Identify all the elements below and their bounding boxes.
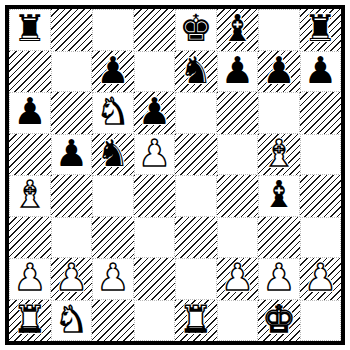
square-g4[interactable]: ♝	[258, 175, 300, 217]
square-g3[interactable]	[258, 217, 300, 259]
square-c7[interactable]: ♟	[92, 51, 134, 93]
piece-white-rook[interactable]: ♜	[179, 301, 212, 338]
square-a1[interactable]: ♜	[9, 300, 51, 342]
piece-white-bishop[interactable]: ♝	[13, 176, 46, 213]
square-f3[interactable]	[217, 217, 259, 259]
piece-black-bishop[interactable]: ♝	[262, 176, 295, 213]
square-d2[interactable]	[134, 258, 176, 300]
piece-white-knight[interactable]: ♞	[55, 301, 88, 338]
square-c3[interactable]	[92, 217, 134, 259]
square-c6[interactable]: ♞	[92, 92, 134, 134]
board-frame: ♜♚♝♜♟♞♟♟♟♟♞♟♟♞♟♝♝♝♟♟♟♟♟♟♜♞♜♚	[5, 5, 345, 345]
piece-white-knight[interactable]: ♞	[96, 93, 129, 130]
piece-black-knight[interactable]: ♞	[96, 135, 129, 172]
chessboard: ♜♚♝♜♟♞♟♟♟♟♞♟♟♞♟♝♝♝♟♟♟♟♟♟♜♞♜♚	[9, 9, 341, 341]
square-c2[interactable]: ♟	[92, 258, 134, 300]
square-a3[interactable]	[9, 217, 51, 259]
square-e4[interactable]	[175, 175, 217, 217]
square-f4[interactable]	[217, 175, 259, 217]
square-g7[interactable]: ♟	[258, 51, 300, 93]
square-f5[interactable]	[217, 134, 259, 176]
square-d4[interactable]	[134, 175, 176, 217]
square-d3[interactable]	[134, 217, 176, 259]
square-g2[interactable]: ♟	[258, 258, 300, 300]
square-b1[interactable]: ♞	[51, 300, 93, 342]
square-f2[interactable]: ♟	[217, 258, 259, 300]
square-a6[interactable]: ♟	[9, 92, 51, 134]
square-a7[interactable]	[9, 51, 51, 93]
piece-white-pawn[interactable]: ♟	[96, 259, 129, 296]
square-d7[interactable]	[134, 51, 176, 93]
piece-white-pawn[interactable]: ♟	[138, 135, 171, 172]
square-c8[interactable]	[92, 9, 134, 51]
square-f6[interactable]	[217, 92, 259, 134]
square-e6[interactable]	[175, 92, 217, 134]
square-b6[interactable]	[51, 92, 93, 134]
piece-white-pawn[interactable]: ♟	[55, 259, 88, 296]
square-c4[interactable]	[92, 175, 134, 217]
square-e7[interactable]: ♞	[175, 51, 217, 93]
square-g5[interactable]: ♝	[258, 134, 300, 176]
square-h4[interactable]	[300, 175, 342, 217]
square-d5[interactable]: ♟	[134, 134, 176, 176]
piece-black-pawn[interactable]: ♟	[262, 52, 295, 89]
square-a2[interactable]: ♟	[9, 258, 51, 300]
square-h1[interactable]	[300, 300, 342, 342]
square-a4[interactable]: ♝	[9, 175, 51, 217]
square-h6[interactable]	[300, 92, 342, 134]
square-h5[interactable]	[300, 134, 342, 176]
square-a8[interactable]: ♜	[9, 9, 51, 51]
square-f8[interactable]: ♝	[217, 9, 259, 51]
square-h8[interactable]: ♜	[300, 9, 342, 51]
square-d6[interactable]: ♟	[134, 92, 176, 134]
piece-black-pawn[interactable]: ♟	[138, 93, 171, 130]
square-h7[interactable]: ♟	[300, 51, 342, 93]
piece-black-pawn[interactable]: ♟	[13, 93, 46, 130]
piece-black-king[interactable]: ♚	[179, 10, 212, 47]
square-g1[interactable]: ♚	[258, 300, 300, 342]
square-b5[interactable]: ♟	[51, 134, 93, 176]
square-g8[interactable]	[258, 9, 300, 51]
piece-black-bishop[interactable]: ♝	[221, 10, 254, 47]
square-e8[interactable]: ♚	[175, 9, 217, 51]
square-h2[interactable]: ♟	[300, 258, 342, 300]
square-c5[interactable]: ♞	[92, 134, 134, 176]
piece-white-bishop[interactable]: ♝	[262, 135, 295, 172]
piece-black-knight[interactable]: ♞	[179, 52, 212, 89]
square-b3[interactable]	[51, 217, 93, 259]
square-b4[interactable]	[51, 175, 93, 217]
square-e5[interactable]	[175, 134, 217, 176]
piece-black-pawn[interactable]: ♟	[55, 135, 88, 172]
piece-white-pawn[interactable]: ♟	[304, 259, 337, 296]
square-f1[interactable]	[217, 300, 259, 342]
square-d8[interactable]	[134, 9, 176, 51]
square-g6[interactable]	[258, 92, 300, 134]
square-f7[interactable]: ♟	[217, 51, 259, 93]
piece-white-pawn[interactable]: ♟	[13, 259, 46, 296]
piece-black-pawn[interactable]: ♟	[221, 52, 254, 89]
piece-white-pawn[interactable]: ♟	[262, 259, 295, 296]
square-d1[interactable]	[134, 300, 176, 342]
piece-black-rook[interactable]: ♜	[304, 10, 337, 47]
square-e1[interactable]: ♜	[175, 300, 217, 342]
square-b7[interactable]	[51, 51, 93, 93]
square-e2[interactable]	[175, 258, 217, 300]
piece-white-pawn[interactable]: ♟	[221, 259, 254, 296]
piece-black-rook[interactable]: ♜	[13, 10, 46, 47]
piece-white-rook[interactable]: ♜	[13, 301, 46, 338]
piece-black-pawn[interactable]: ♟	[96, 52, 129, 89]
square-b8[interactable]	[51, 9, 93, 51]
square-a5[interactable]	[9, 134, 51, 176]
piece-white-king[interactable]: ♚	[262, 301, 295, 338]
square-h3[interactable]	[300, 217, 342, 259]
chess-diagram: ♜♚♝♜♟♞♟♟♟♟♞♟♟♞♟♝♝♝♟♟♟♟♟♟♜♞♜♚	[0, 0, 350, 350]
square-e3[interactable]	[175, 217, 217, 259]
square-c1[interactable]	[92, 300, 134, 342]
piece-black-pawn[interactable]: ♟	[304, 52, 337, 89]
square-b2[interactable]: ♟	[51, 258, 93, 300]
